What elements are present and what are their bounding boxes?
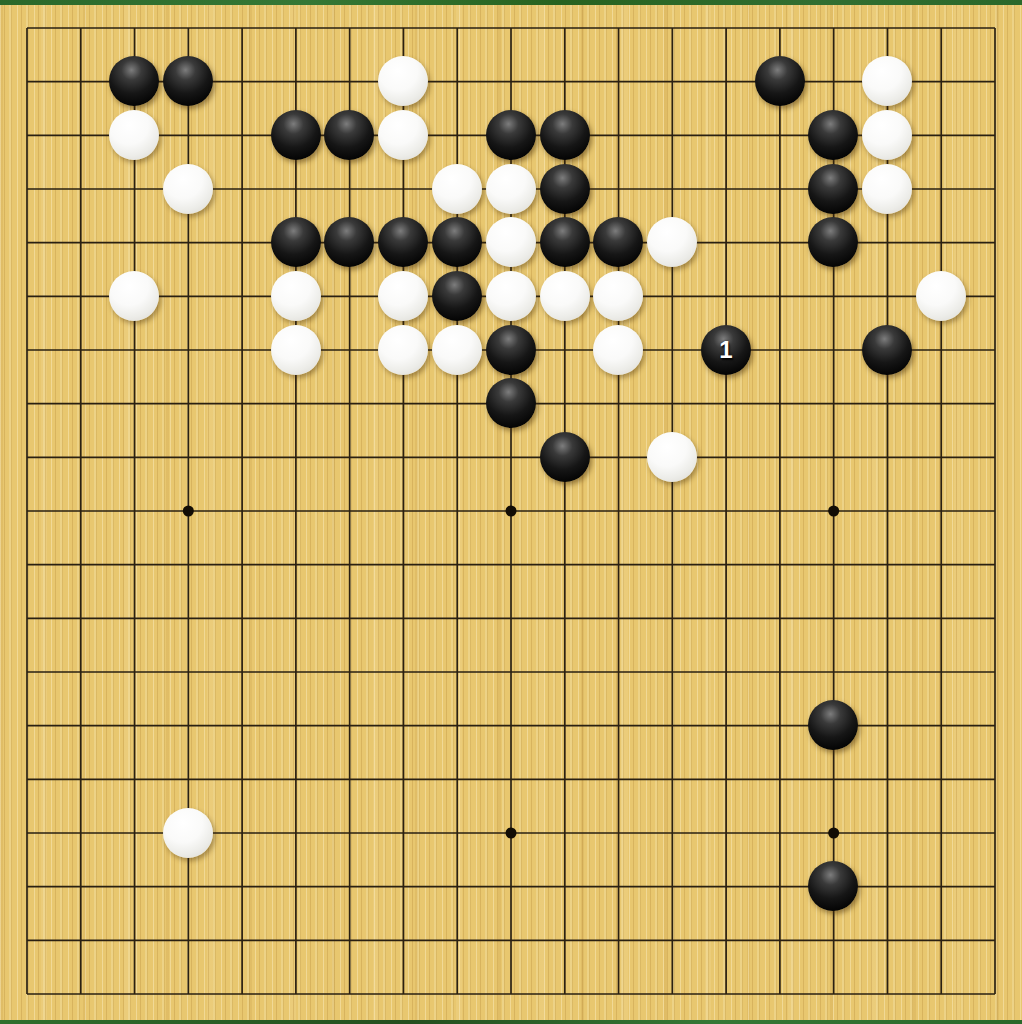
stone-white bbox=[593, 271, 643, 321]
board-intersection bbox=[108, 55, 162, 109]
board-intersection bbox=[161, 55, 215, 109]
stone-white bbox=[593, 325, 643, 375]
stone-black bbox=[432, 217, 482, 267]
board-intersection bbox=[269, 108, 323, 162]
board-intersection bbox=[806, 216, 860, 270]
board-intersection bbox=[538, 108, 592, 162]
board-intersection bbox=[269, 216, 323, 270]
board-intersection bbox=[161, 162, 215, 216]
board-intersection bbox=[108, 269, 162, 323]
stone-white bbox=[378, 56, 428, 106]
board-intersection bbox=[269, 269, 323, 323]
board-intersection bbox=[806, 108, 860, 162]
board-intersection bbox=[538, 269, 592, 323]
stone-black bbox=[808, 217, 858, 267]
stone-white bbox=[378, 271, 428, 321]
stone-black bbox=[486, 378, 536, 428]
stone-black bbox=[755, 56, 805, 106]
board-intersection bbox=[860, 323, 914, 377]
stone-black bbox=[109, 56, 159, 106]
board-intersection bbox=[376, 216, 430, 270]
stone-black bbox=[808, 861, 858, 911]
stone-white bbox=[271, 325, 321, 375]
board-intersection bbox=[430, 162, 484, 216]
stone-black bbox=[540, 164, 590, 214]
stone-black bbox=[271, 217, 321, 267]
board-intersection bbox=[430, 269, 484, 323]
stone-white bbox=[432, 325, 482, 375]
board-intersection bbox=[806, 699, 860, 753]
stone-white bbox=[647, 432, 697, 482]
go-board: 1 bbox=[0, 1, 1022, 1020]
board-intersection bbox=[484, 216, 538, 270]
stone-white bbox=[163, 164, 213, 214]
board-intersection bbox=[806, 860, 860, 914]
board-intersection bbox=[645, 216, 699, 270]
board-intersection bbox=[376, 55, 430, 109]
move-number-label: 1 bbox=[719, 338, 732, 362]
board-intersection bbox=[269, 323, 323, 377]
stone-white bbox=[378, 325, 428, 375]
board-intersection bbox=[645, 430, 699, 484]
stone-black bbox=[540, 432, 590, 482]
stone-black bbox=[593, 217, 643, 267]
board-intersection bbox=[753, 55, 807, 109]
board-intersection bbox=[484, 269, 538, 323]
stone-black bbox=[271, 110, 321, 160]
stone-white bbox=[109, 271, 159, 321]
board-intersection bbox=[914, 269, 968, 323]
board-intersection bbox=[591, 216, 645, 270]
board-intersection bbox=[806, 162, 860, 216]
frame-strip-bottom bbox=[0, 1020, 1022, 1024]
board-intersection bbox=[538, 216, 592, 270]
stone-black bbox=[808, 164, 858, 214]
stone-white bbox=[486, 217, 536, 267]
stone-black: 1 bbox=[701, 325, 751, 375]
stone-white bbox=[540, 271, 590, 321]
stone-white bbox=[163, 808, 213, 858]
board-intersection bbox=[591, 269, 645, 323]
stone-white bbox=[432, 164, 482, 214]
stone-black bbox=[486, 110, 536, 160]
stone-white bbox=[647, 217, 697, 267]
board-intersection bbox=[376, 323, 430, 377]
board-intersection bbox=[484, 377, 538, 431]
board-intersection bbox=[430, 323, 484, 377]
go-diagram: 1 bbox=[0, 0, 1022, 1024]
stone-black bbox=[540, 110, 590, 160]
board-intersection bbox=[484, 108, 538, 162]
board-intersection bbox=[376, 269, 430, 323]
stone-white bbox=[862, 164, 912, 214]
board-intersection bbox=[484, 162, 538, 216]
board-intersection bbox=[591, 323, 645, 377]
stone-black bbox=[378, 217, 428, 267]
board-intersection bbox=[376, 108, 430, 162]
stone-black bbox=[163, 56, 213, 106]
board-intersection bbox=[430, 216, 484, 270]
stone-white bbox=[109, 110, 159, 160]
stone-white bbox=[486, 164, 536, 214]
board-intersection bbox=[860, 55, 914, 109]
stone-black bbox=[432, 271, 482, 321]
stone-white bbox=[486, 271, 536, 321]
stone-black bbox=[540, 217, 590, 267]
stone-white bbox=[862, 110, 912, 160]
board-intersection bbox=[161, 806, 215, 860]
board-intersection bbox=[323, 108, 377, 162]
board-intersection bbox=[484, 323, 538, 377]
stone-white bbox=[862, 56, 912, 106]
stone-black bbox=[486, 325, 536, 375]
stone-black bbox=[324, 217, 374, 267]
frame-strip-top bbox=[0, 0, 1022, 5]
stone-black bbox=[862, 325, 912, 375]
stone-white bbox=[378, 110, 428, 160]
stone-black bbox=[808, 110, 858, 160]
stone-black bbox=[324, 110, 374, 160]
board-intersection bbox=[860, 108, 914, 162]
stone-black bbox=[808, 700, 858, 750]
stone-white bbox=[271, 271, 321, 321]
board-intersection bbox=[108, 108, 162, 162]
board-intersection bbox=[538, 430, 592, 484]
stone-white bbox=[916, 271, 966, 321]
board-intersection: 1 bbox=[699, 323, 753, 377]
board-intersection bbox=[323, 216, 377, 270]
board-intersection bbox=[538, 162, 592, 216]
board-intersection bbox=[860, 162, 914, 216]
